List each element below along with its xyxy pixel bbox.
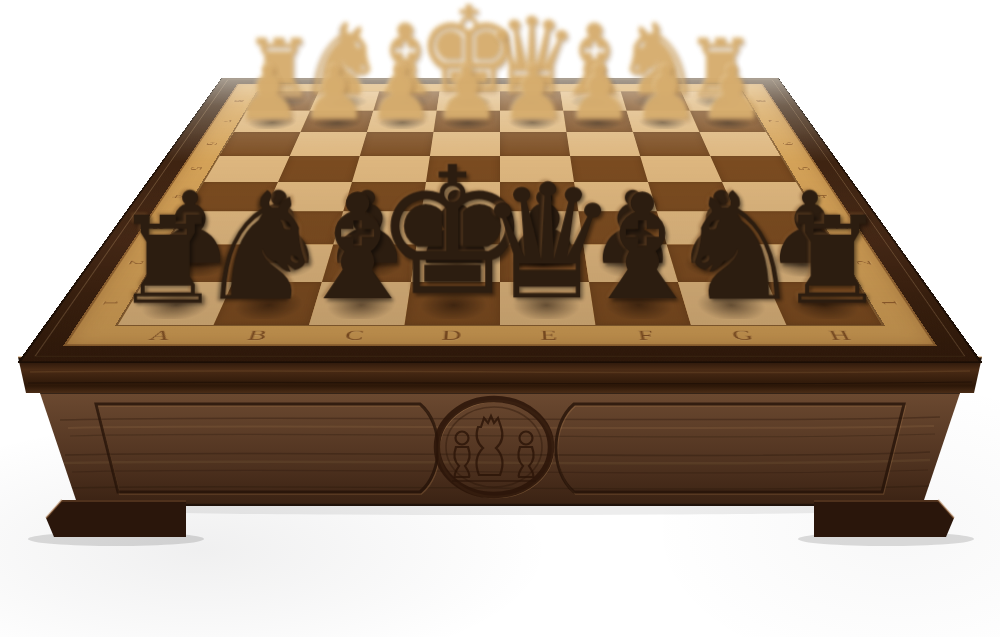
piece-light-pawn: ♟ — [566, 55, 633, 130]
square-h7: ♟ — [690, 111, 766, 132]
piece-light-pawn: ♟ — [367, 55, 434, 130]
square-b6 — [290, 132, 367, 156]
square-h1: ♜ — [767, 282, 882, 325]
piece-light-pawn: ♟ — [433, 55, 500, 130]
piece-light-pawn: ♟ — [499, 55, 566, 130]
rank-label-6: 6 — [201, 142, 221, 145]
rank-label-7: 7 — [765, 120, 784, 122]
square-f7: ♟ — [563, 111, 633, 132]
file-label-e: E — [540, 327, 558, 343]
piece-light-pawn: ♟ — [234, 55, 301, 130]
rank-label-8: 8 — [229, 100, 247, 102]
piece-light-pawn: ♟ — [301, 55, 368, 130]
file-label-h: H — [825, 327, 853, 343]
board-plane: ♜♞♝♚♛♝♞♜♟♟♟♟♟♟♟♟♟♟♟♟♟♟♟♟♜♞♝♚♛♝♞♜ ABCDEFG… — [18, 78, 983, 363]
file-label-b: B — [245, 327, 269, 343]
file-labels: ABCDEFGH — [107, 326, 894, 344]
board-3d-wrapper: ♜♞♝♚♛♝♞♜♟♟♟♟♟♟♟♟♟♟♟♟♟♟♟♟♜♞♝♚♛♝♞♜ ABCDEFG… — [147, 0, 853, 535]
file-label-f: F — [636, 327, 655, 343]
board-border-strip: ♜♞♝♚♛♝♞♜♟♟♟♟♟♟♟♟♟♟♟♟♟♟♟♟♜♞♝♚♛♝♞♜ ABCDEFG… — [63, 84, 937, 346]
file-label-c: C — [343, 327, 365, 343]
piece-light-pawn: ♟ — [632, 55, 699, 130]
square-g1: ♞ — [678, 282, 786, 325]
file-label-g: G — [730, 327, 756, 343]
square-g7: ♟ — [627, 111, 700, 132]
piece-dark-rook: ♜ — [778, 201, 886, 322]
rank-label-8: 8 — [752, 100, 770, 102]
square-a6 — [220, 132, 301, 156]
board-outer-rim: ♜♞♝♚♛♝♞♜♟♟♟♟♟♟♟♟♟♟♟♟♟♟♟♟♜♞♝♚♛♝♞♜ ABCDEFG… — [18, 78, 983, 363]
file-label-d: D — [441, 327, 462, 343]
square-g6 — [633, 132, 710, 156]
rank-label-7: 7 — [216, 120, 235, 122]
square-a7: ♟ — [234, 111, 310, 132]
piece-light-pawn: ♟ — [698, 55, 765, 130]
chess-set-photo: ♜♞♝♚♛♝♞♜♟♟♟♟♟♟♟♟♟♟♟♟♟♟♟♟♜♞♝♚♛♝♞♜ ABCDEFG… — [0, 0, 1000, 637]
rank-label-6: 6 — [779, 142, 799, 145]
file-label-a: A — [146, 327, 174, 343]
square-b7: ♟ — [300, 111, 373, 132]
square-h6 — [700, 132, 781, 156]
